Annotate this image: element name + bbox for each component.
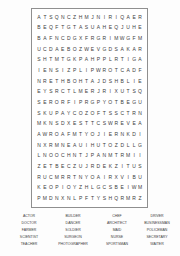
word-list-item: SPORTSMAN — [96, 241, 138, 248]
grid-cell-r2c18[interactable]: E — [137, 23, 143, 34]
grid-cell-r14c18[interactable]: I — [137, 151, 143, 162]
word-list-item: ACTOR — [8, 213, 50, 220]
grid-cell-r10c18[interactable]: N — [137, 108, 143, 119]
word-search-page: ATSQNCZHMJNIRIQAERBEQFTGTASUAHEQJUHEBAFN… — [0, 0, 180, 256]
word-list-item: SECRETARY — [138, 234, 176, 241]
word-list-item: ARCHITECT — [96, 220, 138, 227]
grid-cell-r16c18[interactable]: U — [137, 172, 143, 183]
grid-cell-r3c18[interactable]: M — [137, 33, 143, 44]
word-list-item: SOLDIER — [50, 227, 96, 234]
word-list-item: FARMER — [8, 227, 50, 234]
letter-grid: ATSQNCZHMJNIRIQAERBEQFTGTASUAHEQJUHEBAFN… — [36, 12, 143, 204]
grid-cell-r4c18[interactable]: R — [137, 44, 143, 55]
word-list-item: TEACHER — [8, 241, 50, 248]
grid-cell-r11c18[interactable]: A — [137, 119, 143, 130]
grid-cell-r1c18[interactable]: R — [137, 12, 143, 23]
word-list-item: MAID — [96, 227, 138, 234]
grid-cell-r6c18[interactable]: F — [137, 65, 143, 76]
grid-cell-r17c18[interactable]: M — [137, 183, 143, 194]
word-list-item: DANCER — [50, 220, 96, 227]
word-list-item: DOCTOR — [8, 220, 50, 227]
word-list-column-2: BUILDERDANCERSOLDIERSURGEONPHOTOGRAPHER — [50, 213, 96, 248]
grid-cell-r13c18[interactable]: G — [137, 140, 143, 151]
grid-cell-r9c18[interactable]: U — [137, 97, 143, 108]
word-list-item: BUSINESSMAN — [138, 220, 176, 227]
puzzle-board: ATSQNCZHMJNIRIQAERBEQFTGTASUAHEQJUHEBAFN… — [31, 8, 148, 208]
word-list-item: BUILDER — [50, 213, 96, 220]
grid-cell-r8c18[interactable]: Q — [137, 87, 143, 98]
word-list-column-4: DRIVERBUSINESSMANPOLICEMANSECRETARYWAITE… — [138, 213, 176, 248]
word-list-item: POLICEMAN — [138, 227, 176, 234]
word-list: ACTORDOCTORFARMERSCIENTISTTEACHERBUILDER… — [8, 213, 176, 248]
word-list-item: PHOTOGRAPHER — [50, 241, 96, 248]
grid-cell-r18c18[interactable]: Z — [137, 193, 143, 204]
word-list-item: CHEF — [96, 213, 138, 220]
grid-cell-r7c18[interactable]: E — [137, 76, 143, 87]
grid-cell-r5c18[interactable]: A — [137, 55, 143, 66]
word-list-column-3: CHEFARCHITECTMAIDNURSESPORTSMAN — [96, 213, 138, 248]
word-list-item: WAITER — [138, 241, 176, 248]
word-list-item: SURGEON — [50, 234, 96, 241]
grid-cell-r15c18[interactable]: S — [137, 161, 143, 172]
word-list-column-1: ACTORDOCTORFARMERSCIENTISTTEACHER — [8, 213, 50, 248]
word-list-item: DRIVER — [138, 213, 176, 220]
word-list-item: NURSE — [96, 234, 138, 241]
grid-cell-r12c18[interactable]: I — [137, 129, 143, 140]
word-list-item: SCIENTIST — [8, 234, 50, 241]
